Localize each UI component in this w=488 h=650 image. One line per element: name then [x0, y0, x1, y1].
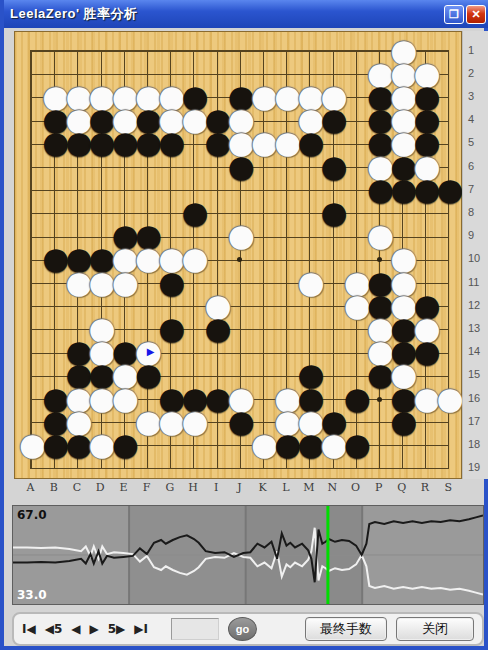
black-stone-B18: ● [42, 433, 65, 456]
last-move-button[interactable]: ▶I [134, 622, 148, 636]
white-stone-G17: ● [158, 410, 181, 433]
row-label-17: 17 [468, 415, 480, 429]
column-label-B: B [44, 481, 64, 494]
white-stone-O12: ● [344, 294, 367, 317]
white-stone-A18: ● [19, 433, 42, 456]
black-stone-N8: ● [321, 201, 344, 224]
white-stone-K18: ● [251, 433, 274, 456]
go-button[interactable]: go [228, 617, 257, 641]
white-stone-S16: ● [437, 387, 460, 410]
column-label-P: P [369, 481, 389, 494]
analysis-window: LeelaZero' 胜率分析 ❐ ✕ ●●●●●●●●●●●●●●●●●●●●… [0, 0, 488, 650]
black-stone-L18: ● [274, 433, 297, 456]
white-stone-H17: ● [181, 410, 204, 433]
column-label-O: O [345, 481, 365, 494]
row-label-16: 16 [468, 392, 480, 406]
column-label-G: G [160, 481, 180, 494]
winrate-curves [13, 506, 483, 604]
back-5-button[interactable]: ◀5 [45, 622, 63, 636]
window-title: LeelaZero' 胜率分析 [10, 5, 138, 23]
black-stone-Q7: ● [390, 178, 413, 201]
black-stone-G5: ● [158, 132, 181, 155]
final-moves-button[interactable]: 最终手数 [305, 617, 387, 641]
column-label-I: I [206, 481, 226, 494]
row-label-14: 14 [468, 345, 480, 359]
white-stone-P9: ● [367, 225, 390, 248]
first-move-button[interactable]: I◀ [22, 622, 36, 636]
back-1-button[interactable]: ◀ [71, 622, 80, 636]
forward-1-button[interactable]: ▶ [90, 622, 99, 636]
column-label-E: E [113, 481, 133, 494]
column-label-R: R [415, 481, 435, 494]
row-coordinates: 12345678910111213141516171819 [462, 31, 488, 479]
white-stone-D11: ● [89, 271, 112, 294]
column-coordinates: ABCDEFGHIJKLMNOPQRS [14, 481, 462, 497]
white-stone-N18: ● [321, 433, 344, 456]
row-label-4: 4 [468, 113, 474, 127]
column-label-M: M [299, 481, 319, 494]
black-stone-I13: ● [205, 317, 228, 340]
row-label-9: 9 [468, 229, 474, 243]
forward-5-button[interactable]: 5▶ [108, 622, 126, 636]
last-move-marker: ▶ [135, 341, 158, 364]
star-point [377, 397, 382, 402]
close-button[interactable]: 关闭 [396, 617, 474, 641]
close-icon[interactable]: ✕ [466, 5, 486, 24]
title-bar: LeelaZero' 胜率分析 ❐ ✕ [4, 0, 488, 28]
black-stone-I5: ● [205, 132, 228, 155]
column-label-K: K [253, 481, 273, 494]
row-label-3: 3 [468, 90, 474, 104]
column-label-J: J [229, 481, 249, 494]
white-winrate-label: 33.0 [17, 588, 47, 602]
black-stone-O18: ● [344, 433, 367, 456]
column-label-N: N [322, 481, 342, 494]
column-label-Q: Q [392, 481, 412, 494]
row-label-18: 18 [468, 438, 480, 452]
black-stone-B5: ● [42, 132, 65, 155]
row-label-2: 2 [468, 67, 474, 81]
row-label-8: 8 [468, 206, 474, 220]
black-stone-C5: ● [65, 132, 88, 155]
black-stone-Q17: ● [390, 410, 413, 433]
white-stone-L5: ● [274, 132, 297, 155]
white-stone-M11: ● [297, 271, 320, 294]
column-label-D: D [90, 481, 110, 494]
black-stone-N6: ● [321, 155, 344, 178]
black-stone-D5: ● [89, 132, 112, 155]
row-label-1: 1 [468, 44, 474, 58]
maximize-icon[interactable]: ❐ [444, 5, 464, 24]
black-winrate-label: 67.0 [17, 508, 47, 522]
black-stone-S7: ● [437, 178, 460, 201]
white-stone-E11: ● [112, 271, 135, 294]
black-stone-B10: ● [42, 248, 65, 271]
white-stone-J9: ● [228, 225, 251, 248]
black-stone-J6: ● [228, 155, 251, 178]
column-label-H: H [183, 481, 203, 494]
go-board[interactable]: ●●●●●●●●●●●●●●●●●●●●●●●●●●●●●●●●●●●●●●●●… [14, 31, 462, 479]
black-stone-P7: ● [367, 178, 390, 201]
black-stone-M18: ● [297, 433, 320, 456]
black-stone-M5: ● [297, 132, 320, 155]
column-label-F: F [137, 481, 157, 494]
star-point [377, 257, 382, 262]
white-stone-E16: ● [112, 387, 135, 410]
row-label-6: 6 [468, 160, 474, 174]
star-point [237, 257, 242, 262]
white-stone-C11: ● [65, 271, 88, 294]
row-label-10: 10 [468, 252, 480, 266]
black-stone-R7: ● [413, 178, 436, 201]
navigation-toolbar: I◀ ◀5 ◀ ▶ 5▶ ▶I go 最终手数 关闭 [12, 612, 484, 646]
black-stone-J17: ● [228, 410, 251, 433]
black-stone-C18: ● [65, 433, 88, 456]
winrate-graph[interactable]: 67.0 33.0 [12, 505, 484, 605]
column-label-C: C [67, 481, 87, 494]
white-stone-D18: ● [89, 433, 112, 456]
black-stone-E18: ● [112, 433, 135, 456]
black-stone-F5: ● [135, 132, 158, 155]
column-label-L: L [276, 481, 296, 494]
move-number-input[interactable] [171, 618, 219, 640]
column-label-A: A [21, 481, 41, 494]
black-stone-G11: ● [158, 271, 181, 294]
row-label-19: 19 [468, 461, 480, 475]
white-stone-L3: ● [274, 85, 297, 108]
black-stone-H8: ● [181, 201, 204, 224]
row-label-11: 11 [468, 276, 479, 290]
row-label-5: 5 [468, 136, 474, 150]
black-stone-E5: ● [112, 132, 135, 155]
row-label-13: 13 [468, 322, 480, 336]
row-label-15: 15 [468, 368, 480, 382]
row-label-12: 12 [468, 299, 480, 313]
column-label-S: S [438, 481, 458, 494]
row-label-7: 7 [468, 183, 474, 197]
